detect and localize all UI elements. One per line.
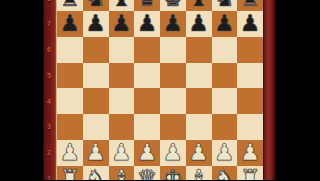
square-g5[interactable] — [212, 63, 238, 89]
square-a6[interactable] — [57, 37, 83, 63]
square-g8[interactable]: ♞ — [212, 0, 238, 11]
rank-label-8: 8 — [43, 0, 55, 11]
piece-white-bishop-c1[interactable]: ♝ — [111, 167, 132, 180]
rank-label-6: 6 — [43, 37, 55, 63]
square-f6[interactable] — [186, 37, 212, 63]
square-e5[interactable] — [160, 63, 186, 89]
square-d4[interactable] — [134, 88, 160, 114]
rank-label-1: 1 — [43, 166, 55, 181]
piece-white-pawn-h2[interactable]: ♟ — [240, 141, 261, 164]
square-b2[interactable]: ♟ — [83, 140, 109, 166]
square-c6[interactable] — [109, 37, 135, 63]
piece-black-knight-g8[interactable]: ♞ — [214, 0, 235, 10]
square-a7[interactable]: ♟ — [57, 11, 83, 37]
piece-black-queen-d8[interactable]: ♛ — [137, 0, 158, 10]
square-c5[interactable] — [109, 63, 135, 89]
square-a1[interactable]: ♜ — [57, 166, 83, 181]
square-f1[interactable]: ♝ — [186, 166, 212, 181]
square-a5[interactable] — [57, 63, 83, 89]
chess-app: ♜♞♝♛♚♝♞♜♟♟♟♟♟♟♟♟♟♟♟♟♟♟♟♟♜♞♝♛♚♝♞♜ 8765432… — [0, 0, 320, 180]
square-g2[interactable]: ♟ — [212, 140, 238, 166]
piece-black-bishop-c8[interactable]: ♝ — [111, 0, 132, 10]
rank-label-3: 3 — [43, 114, 55, 140]
piece-black-pawn-c7[interactable]: ♟ — [111, 12, 132, 35]
piece-white-pawn-b2[interactable]: ♟ — [85, 141, 106, 164]
square-h5[interactable] — [237, 63, 263, 89]
square-b5[interactable] — [83, 63, 109, 89]
piece-white-pawn-g2[interactable]: ♟ — [214, 141, 235, 164]
square-c3[interactable] — [109, 114, 135, 140]
square-d3[interactable] — [134, 114, 160, 140]
square-b1[interactable]: ♞ — [83, 166, 109, 181]
square-b4[interactable] — [83, 88, 109, 114]
square-e7[interactable]: ♟ — [160, 11, 186, 37]
square-h4[interactable] — [237, 88, 263, 114]
piece-white-pawn-c2[interactable]: ♟ — [111, 141, 132, 164]
square-d2[interactable]: ♟ — [134, 140, 160, 166]
rank-label-7: 7 — [43, 11, 55, 37]
rank-label-4: 4 — [43, 88, 55, 114]
square-g3[interactable] — [212, 114, 238, 140]
piece-white-rook-h1[interactable]: ♜ — [240, 167, 261, 180]
piece-white-pawn-d2[interactable]: ♟ — [137, 141, 158, 164]
square-h3[interactable] — [237, 114, 263, 140]
square-b8[interactable]: ♞ — [83, 0, 109, 11]
piece-black-pawn-d7[interactable]: ♟ — [137, 12, 158, 35]
board-frame-right — [263, 0, 276, 180]
square-e1[interactable]: ♚ — [160, 166, 186, 181]
rank-label-5: 5 — [43, 63, 55, 89]
square-h2[interactable]: ♟ — [237, 140, 263, 166]
square-g7[interactable]: ♟ — [212, 11, 238, 37]
square-b3[interactable] — [83, 114, 109, 140]
square-c7[interactable]: ♟ — [109, 11, 135, 37]
square-e4[interactable] — [160, 88, 186, 114]
square-d1[interactable]: ♛ — [134, 166, 160, 181]
square-b7[interactable]: ♟ — [83, 11, 109, 37]
square-g1[interactable]: ♞ — [212, 166, 238, 181]
piece-white-knight-g1[interactable]: ♞ — [214, 167, 235, 180]
piece-white-queen-d1[interactable]: ♛ — [137, 167, 158, 180]
square-b6[interactable] — [83, 37, 109, 63]
piece-white-pawn-a2[interactable]: ♟ — [60, 141, 81, 164]
square-a4[interactable] — [57, 88, 83, 114]
square-e6[interactable] — [160, 37, 186, 63]
square-h7[interactable]: ♟ — [237, 11, 263, 37]
square-c2[interactable]: ♟ — [109, 140, 135, 166]
square-f4[interactable] — [186, 88, 212, 114]
piece-black-knight-b8[interactable]: ♞ — [85, 0, 106, 10]
square-f5[interactable] — [186, 63, 212, 89]
square-d6[interactable] — [134, 37, 160, 63]
piece-white-king-e1[interactable]: ♚ — [163, 167, 184, 180]
piece-black-rook-a8[interactable]: ♜ — [60, 0, 81, 10]
piece-black-pawn-h7[interactable]: ♟ — [240, 12, 261, 35]
square-e8[interactable]: ♚ — [160, 0, 186, 11]
square-e2[interactable]: ♟ — [160, 140, 186, 166]
square-f7[interactable]: ♟ — [186, 11, 212, 37]
square-c1[interactable]: ♝ — [109, 166, 135, 181]
square-f8[interactable]: ♝ — [186, 0, 212, 11]
piece-black-pawn-b7[interactable]: ♟ — [85, 12, 106, 35]
piece-black-bishop-f8[interactable]: ♝ — [188, 0, 209, 10]
square-g6[interactable] — [212, 37, 238, 63]
piece-white-bishop-f1[interactable]: ♝ — [188, 167, 209, 180]
piece-black-king-e8[interactable]: ♚ — [163, 0, 184, 10]
chess-board: ♜♞♝♛♚♝♞♜♟♟♟♟♟♟♟♟♟♟♟♟♟♟♟♟♜♞♝♛♚♝♞♜ — [57, 0, 263, 180]
square-d5[interactable] — [134, 63, 160, 89]
piece-white-pawn-f2[interactable]: ♟ — [188, 141, 209, 164]
square-a8[interactable]: ♜ — [57, 0, 83, 11]
square-c8[interactable]: ♝ — [109, 0, 135, 11]
square-f3[interactable] — [186, 114, 212, 140]
piece-black-rook-h8[interactable]: ♜ — [240, 0, 261, 10]
square-g4[interactable] — [212, 88, 238, 114]
piece-white-knight-b1[interactable]: ♞ — [85, 167, 106, 180]
piece-black-pawn-f7[interactable]: ♟ — [188, 12, 209, 35]
piece-black-pawn-a7[interactable]: ♟ — [60, 12, 81, 35]
square-f2[interactable]: ♟ — [186, 140, 212, 166]
piece-white-pawn-e2[interactable]: ♟ — [163, 141, 184, 164]
piece-black-pawn-g7[interactable]: ♟ — [214, 12, 235, 35]
square-h1[interactable]: ♜ — [237, 166, 263, 181]
piece-black-pawn-e7[interactable]: ♟ — [163, 12, 184, 35]
square-h8[interactable]: ♜ — [237, 0, 263, 11]
rank-label-2: 2 — [43, 140, 55, 166]
square-d8[interactable]: ♛ — [134, 0, 160, 11]
piece-white-rook-a1[interactable]: ♜ — [60, 167, 81, 180]
square-e3[interactable] — [160, 114, 186, 140]
square-d7[interactable]: ♟ — [134, 11, 160, 37]
square-h6[interactable] — [237, 37, 263, 63]
square-a3[interactable] — [57, 114, 83, 140]
square-a2[interactable]: ♟ — [57, 140, 83, 166]
square-c4[interactable] — [109, 88, 135, 114]
